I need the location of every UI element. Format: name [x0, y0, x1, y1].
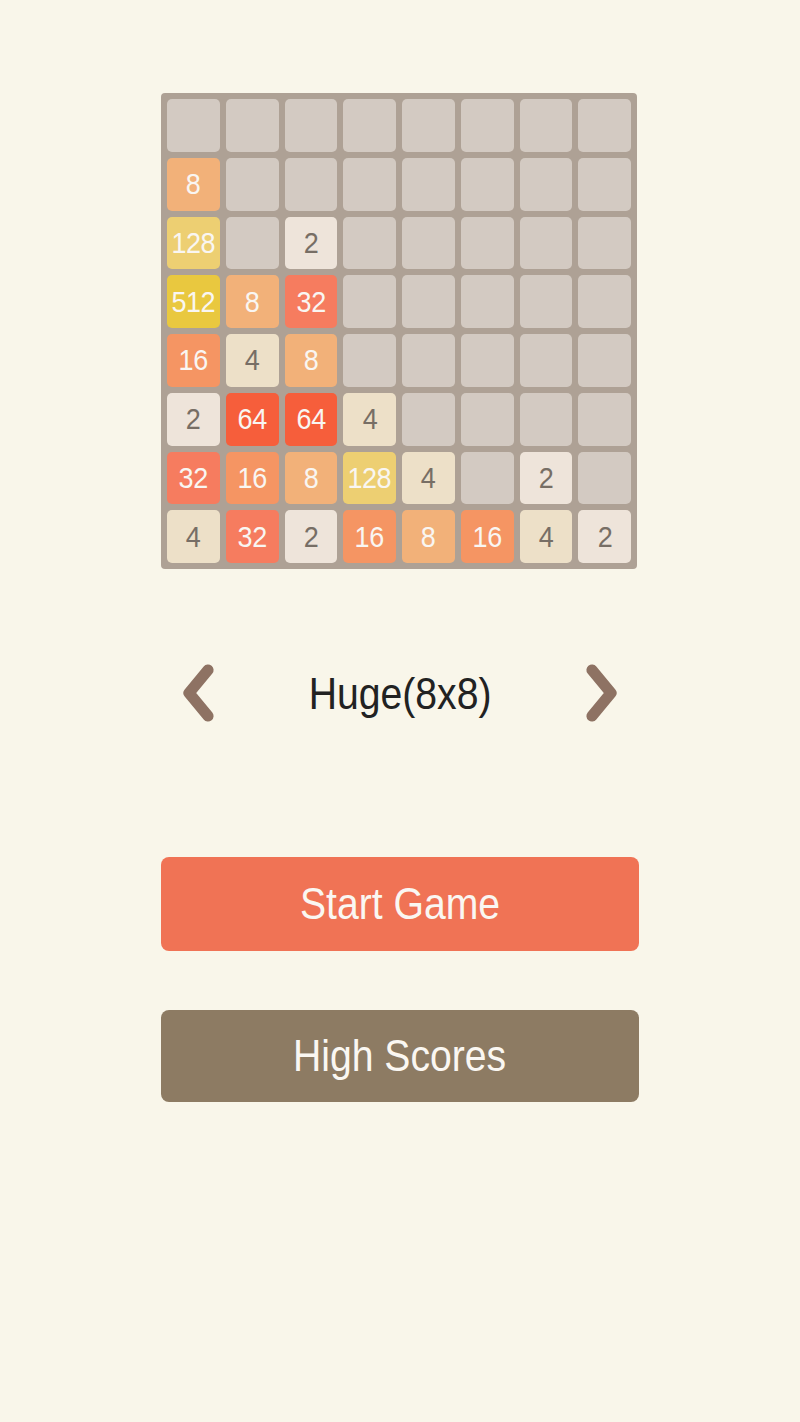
- empty-cell: [461, 275, 514, 328]
- tile-value: 32: [238, 520, 267, 554]
- tile-value: 4: [362, 402, 377, 436]
- tile-value: 2: [304, 520, 319, 554]
- empty-cell: [343, 99, 396, 152]
- tile-2: 2: [167, 393, 220, 446]
- prev-mode-button[interactable]: [175, 663, 219, 725]
- empty-cell: [285, 158, 338, 211]
- empty-cell: [461, 217, 514, 270]
- empty-cell: [520, 99, 573, 152]
- tile-16: 16: [226, 452, 279, 505]
- tile-value: 4: [421, 461, 436, 495]
- tile-4: 4: [402, 452, 455, 505]
- tile-8: 8: [167, 158, 220, 211]
- tile-128: 128: [343, 452, 396, 505]
- tile-value: 8: [245, 285, 260, 319]
- empty-cell: [578, 158, 631, 211]
- chevron-right-icon: [583, 662, 623, 727]
- empty-cell: [578, 393, 631, 446]
- mode-label: Huge(8x8): [309, 668, 492, 720]
- tile-value: 8: [186, 167, 201, 201]
- empty-cell: [402, 217, 455, 270]
- empty-cell: [578, 452, 631, 505]
- tile-value: 16: [473, 520, 502, 554]
- empty-cell: [520, 158, 573, 211]
- tile-32: 32: [226, 510, 279, 563]
- tile-64: 64: [285, 393, 338, 446]
- tile-4: 4: [343, 393, 396, 446]
- empty-cell: [226, 99, 279, 152]
- empty-cell: [520, 217, 573, 270]
- mode-select-screen: 8128251283216482646443216812842432216816…: [0, 93, 800, 1422]
- tile-2: 2: [578, 510, 631, 563]
- empty-cell: [461, 393, 514, 446]
- tile-16: 16: [343, 510, 396, 563]
- empty-cell: [402, 158, 455, 211]
- tile-16: 16: [167, 334, 220, 387]
- empty-cell: [461, 334, 514, 387]
- high-scores-label: High Scores: [293, 1030, 506, 1082]
- tile-value: 512: [172, 285, 216, 319]
- empty-cell: [578, 334, 631, 387]
- empty-cell: [226, 158, 279, 211]
- tile-512: 512: [167, 275, 220, 328]
- tile-value: 16: [355, 520, 384, 554]
- tile-value: 2: [304, 226, 319, 260]
- empty-cell: [226, 217, 279, 270]
- tile-value: 32: [296, 285, 325, 319]
- empty-cell: [343, 334, 396, 387]
- empty-cell: [461, 99, 514, 152]
- tile-4: 4: [226, 334, 279, 387]
- empty-cell: [402, 334, 455, 387]
- tile-2: 2: [285, 217, 338, 270]
- tile-value: 4: [186, 520, 201, 554]
- tile-8: 8: [285, 452, 338, 505]
- empty-cell: [461, 158, 514, 211]
- board-preview: 8128251283216482646443216812842432216816…: [161, 93, 637, 569]
- tile-8: 8: [285, 334, 338, 387]
- empty-cell: [343, 158, 396, 211]
- tile-value: 2: [186, 402, 201, 436]
- tile-value: 2: [539, 461, 554, 495]
- tile-value: 8: [304, 461, 319, 495]
- tile-value: 32: [179, 461, 208, 495]
- start-game-label: Start Game: [300, 878, 500, 930]
- tile-8: 8: [402, 510, 455, 563]
- tile-value: 64: [296, 402, 325, 436]
- empty-cell: [343, 217, 396, 270]
- empty-cell: [578, 275, 631, 328]
- empty-cell: [167, 99, 220, 152]
- mode-selector: Huge(8x8): [161, 663, 639, 725]
- empty-cell: [578, 99, 631, 152]
- empty-cell: [520, 275, 573, 328]
- tile-value: 128: [172, 226, 216, 260]
- tile-value: 128: [348, 461, 392, 495]
- empty-cell: [402, 393, 455, 446]
- tile-value: 2: [597, 520, 612, 554]
- empty-cell: [520, 334, 573, 387]
- tile-8: 8: [226, 275, 279, 328]
- empty-cell: [343, 275, 396, 328]
- tile-value: 16: [179, 343, 208, 377]
- tile-value: 8: [304, 343, 319, 377]
- tile-value: 8: [421, 520, 436, 554]
- tile-16: 16: [461, 510, 514, 563]
- tile-32: 32: [167, 452, 220, 505]
- tile-value: 4: [539, 520, 554, 554]
- tile-2: 2: [520, 452, 573, 505]
- tile-2: 2: [285, 510, 338, 563]
- tile-4: 4: [167, 510, 220, 563]
- empty-cell: [578, 217, 631, 270]
- chevron-left-icon: [177, 662, 217, 727]
- tile-value: 4: [245, 343, 260, 377]
- empty-cell: [461, 452, 514, 505]
- empty-cell: [520, 393, 573, 446]
- next-mode-button[interactable]: [581, 663, 625, 725]
- empty-cell: [402, 275, 455, 328]
- empty-cell: [285, 99, 338, 152]
- tile-32: 32: [285, 275, 338, 328]
- tile-value: 64: [238, 402, 267, 436]
- high-scores-button[interactable]: High Scores: [161, 1010, 639, 1102]
- tile-128: 128: [167, 217, 220, 270]
- empty-cell: [402, 99, 455, 152]
- start-game-button[interactable]: Start Game: [161, 857, 639, 951]
- tile-value: 16: [238, 461, 267, 495]
- tile-4: 4: [520, 510, 573, 563]
- tile-64: 64: [226, 393, 279, 446]
